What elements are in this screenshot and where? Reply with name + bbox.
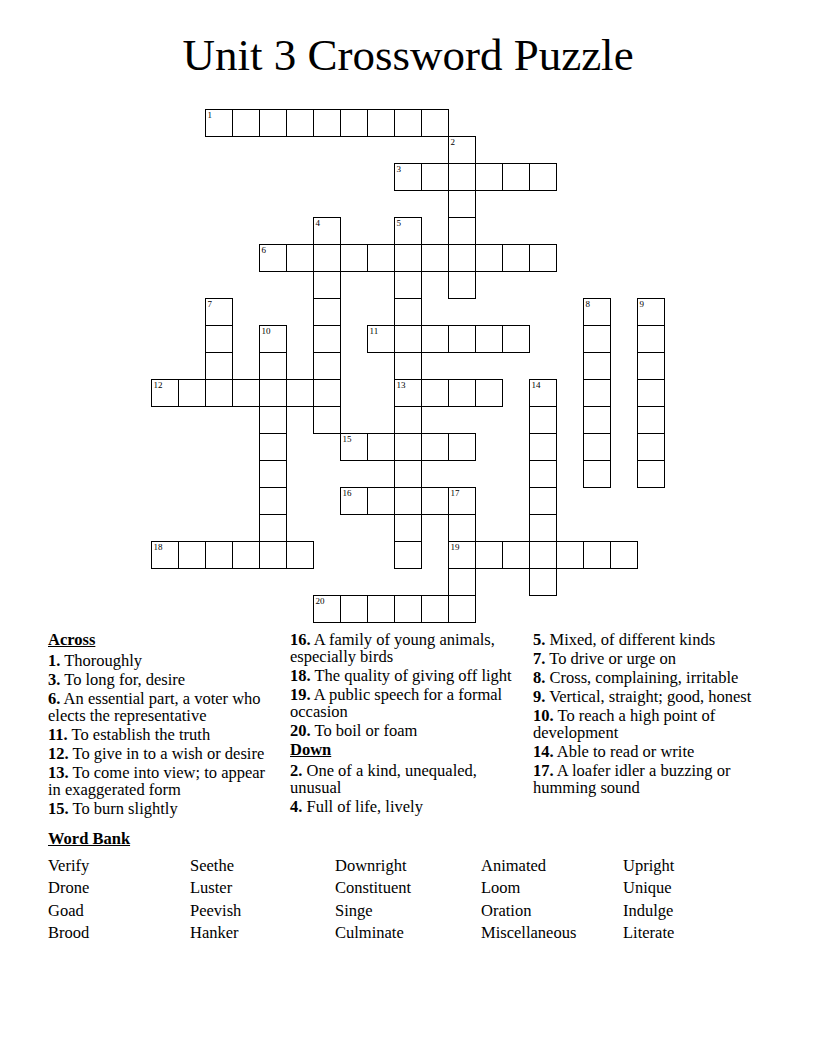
grid-cell [583, 379, 611, 407]
grid-cell [529, 541, 557, 569]
grid-cell [232, 109, 260, 137]
word-bank-item: Drone [48, 877, 190, 899]
grid-cell: 16 [340, 487, 368, 515]
word-bank-item: Constituent [335, 877, 481, 899]
grid-cell [583, 352, 611, 380]
grid-cell [529, 163, 557, 191]
grid-cell [448, 163, 476, 191]
grid-cell: 9 [637, 298, 665, 326]
clue-number: 5. [533, 630, 545, 649]
grid-cell [205, 325, 233, 353]
word-bank-item: Culminate [335, 922, 481, 944]
clue-number: 18 [154, 543, 163, 552]
grid-cell [421, 379, 449, 407]
word-bank-item: Verify [48, 855, 190, 877]
grid-cell [637, 325, 665, 353]
grid-cell: 18 [151, 541, 179, 569]
grid-cell [448, 595, 476, 623]
clue-number: 11 [370, 327, 379, 336]
grid-cell [421, 109, 449, 137]
grid-cell [313, 379, 341, 407]
grid-cell [448, 271, 476, 299]
grid-cell [421, 244, 449, 272]
grid-cell: 6 [259, 244, 287, 272]
clue: 7. To drive or urge on [533, 650, 762, 667]
across-clue-list: 1. Thoroughly3. To long for, desire6. An… [48, 652, 281, 817]
clue: 2. One of a kind, unequaled, unusual [290, 762, 518, 796]
clue-number: 3 [397, 165, 402, 174]
clue: 3. To long for, desire [48, 671, 281, 688]
grid-cell: 20 [313, 595, 341, 623]
clue: 20. To boil or foam [290, 722, 518, 739]
grid-cell [394, 271, 422, 299]
word-bank-item: Miscellaneous [481, 922, 623, 944]
grid-cell [340, 244, 368, 272]
clue: 9. Vertical, straight; good, honest [533, 688, 762, 705]
grid-cell [529, 487, 557, 515]
clue-number: 4. [290, 797, 302, 816]
clue-number: 3. [48, 670, 60, 689]
grid-cell [367, 433, 395, 461]
grid-cell [394, 541, 422, 569]
grid-cell [583, 433, 611, 461]
clue-number: 4 [316, 219, 321, 228]
clue-number: 14. [533, 742, 554, 761]
across-heading: Across [48, 631, 281, 648]
clue-number: 13. [48, 763, 69, 782]
grid-cell [313, 352, 341, 380]
grid-cell [178, 379, 206, 407]
word-bank-item: Goad [48, 900, 190, 922]
grid-cell [502, 163, 530, 191]
word-bank-item: Oration [481, 900, 623, 922]
grid-cell [502, 325, 530, 353]
grid-cell [394, 595, 422, 623]
grid-cell [367, 487, 395, 515]
grid-cell [313, 109, 341, 137]
clue-number: 11. [48, 725, 68, 744]
clue-number: 1. [48, 651, 60, 670]
grid-cell [313, 406, 341, 434]
grid-cell [394, 298, 422, 326]
clue: 6. An essential part, a voter who elects… [48, 690, 281, 724]
across-clue-list-continued: 16. A family of young animals, especiall… [290, 631, 518, 739]
grid-cell [583, 460, 611, 488]
grid-cell [583, 406, 611, 434]
clue-number: 7 [208, 300, 213, 309]
clue-number: 10. [533, 706, 554, 725]
grid-cell [394, 244, 422, 272]
page-title: Unit 3 Crossword Puzzle [0, 28, 816, 82]
clue-number: 5 [397, 219, 402, 228]
grid-cell [286, 109, 314, 137]
grid-cell [367, 109, 395, 137]
grid-cell: 15 [340, 433, 368, 461]
grid-cell [448, 325, 476, 353]
grid-cell [529, 406, 557, 434]
grid-cell [475, 541, 503, 569]
crossword-grid: 1234567891011121314151617181920 [151, 109, 665, 623]
grid-cell [421, 487, 449, 515]
grid-cell [340, 109, 368, 137]
grid-cell [529, 568, 557, 596]
clue: 11. To establish the truth [48, 726, 281, 743]
clue-number: 16 [343, 489, 352, 498]
clues-column-1: Across 1. Thoroughly3. To long for, desi… [48, 631, 281, 819]
grid-cell [475, 325, 503, 353]
grid-cell [448, 217, 476, 245]
clue-number: 14 [532, 381, 541, 390]
down-clue-list-continued: 5. Mixed, of different kinds7. To drive … [533, 631, 762, 796]
clue-number: 2. [290, 761, 302, 780]
word-bank-list: VerifySeetheDownrightAnimatedUprightDron… [48, 855, 816, 945]
clue-number: 1 [208, 111, 213, 120]
clue-number: 6. [48, 689, 60, 708]
grid-cell [205, 541, 233, 569]
clue-number: 16. [290, 630, 311, 649]
clue-number: 10 [262, 327, 271, 336]
clue-number: 20 [316, 597, 325, 606]
word-bank-item: Luster [190, 877, 335, 899]
grid-cell: 2 [448, 136, 476, 164]
grid-cell [637, 352, 665, 380]
grid-cell [205, 352, 233, 380]
grid-cell [367, 244, 395, 272]
word-bank-item: Unique [623, 877, 816, 899]
grid-cell [259, 109, 287, 137]
grid-cell: 11 [367, 325, 395, 353]
grid-cell [583, 325, 611, 353]
grid-cell [421, 595, 449, 623]
grid-cell [583, 541, 611, 569]
clue: 12. To give in to a wish or desire [48, 745, 281, 762]
grid-cell [529, 433, 557, 461]
grid-cell: 19 [448, 541, 476, 569]
grid-cell [502, 541, 530, 569]
grid-cell [259, 406, 287, 434]
clue: 17. A loafer idler a buzzing or humming … [533, 762, 762, 796]
word-bank-item: Hanker [190, 922, 335, 944]
word-bank: Word Bank VerifySeetheDownrightAnimatedU… [48, 829, 816, 945]
clue: 18. The quality of giving off light [290, 667, 518, 684]
grid-cell: 12 [151, 379, 179, 407]
grid-cell [259, 352, 287, 380]
grid-cell [637, 460, 665, 488]
grid-cell [313, 325, 341, 353]
clue-number: 19. [290, 685, 311, 704]
clue: 5. Mixed, of different kinds [533, 631, 762, 648]
grid-cell: 5 [394, 217, 422, 245]
grid-cell: 14 [529, 379, 557, 407]
grid-cell [529, 244, 557, 272]
grid-cell: 13 [394, 379, 422, 407]
clue-number: 9. [533, 687, 545, 706]
word-bank-item: Downright [335, 855, 481, 877]
grid-cell [448, 190, 476, 218]
clue-number: 7. [533, 649, 545, 668]
down-clue-list: 2. One of a kind, unequaled, unusual4. F… [290, 762, 518, 815]
grid-cell [313, 244, 341, 272]
grid-cell [448, 244, 476, 272]
grid-cell [421, 325, 449, 353]
grid-cell [448, 568, 476, 596]
clue-number: 15 [343, 435, 352, 444]
grid-cell [259, 487, 287, 515]
grid-cell [259, 460, 287, 488]
clues-column-2: 16. A family of young animals, especiall… [290, 631, 518, 819]
clue-number: 13 [397, 381, 406, 390]
grid-cell [286, 541, 314, 569]
clue-number: 9 [640, 300, 645, 309]
grid-cell [556, 541, 584, 569]
grid-cell [475, 379, 503, 407]
clues-section: Across 1. Thoroughly3. To long for, desi… [48, 631, 816, 819]
clue-number: 8 [586, 300, 591, 309]
clue-number: 12 [154, 381, 163, 390]
grid-cell [178, 541, 206, 569]
clue-number: 18. [290, 666, 311, 685]
clue: 15. To burn slightly [48, 800, 281, 817]
word-bank-item: Loom [481, 877, 623, 899]
clue: 14. Able to read or write [533, 743, 762, 760]
clue-number: 2 [451, 138, 456, 147]
clues-column-3: 5. Mixed, of different kinds7. To drive … [533, 631, 762, 819]
clue-number: 20. [290, 721, 311, 740]
clue: 16. A family of young animals, especiall… [290, 631, 518, 665]
clue-number: 19 [451, 543, 460, 552]
grid-cell [232, 379, 260, 407]
grid-cell [259, 541, 287, 569]
clue: 4. Full of life, lively [290, 798, 518, 815]
grid-cell [259, 433, 287, 461]
word-bank-item: Peevish [190, 900, 335, 922]
grid-cell [394, 460, 422, 488]
grid-cell: 17 [448, 487, 476, 515]
grid-cell [421, 433, 449, 461]
grid-cell [286, 379, 314, 407]
grid-cell [448, 433, 476, 461]
grid-cell [448, 514, 476, 542]
grid-cell: 4 [313, 217, 341, 245]
word-bank-item: Animated [481, 855, 623, 877]
grid-cell: 8 [583, 298, 611, 326]
clue: 19. A public speech for a formal occasio… [290, 686, 518, 720]
clue: 13. To come into view; to appear in exag… [48, 764, 281, 798]
word-bank-item: Indulge [623, 900, 816, 922]
grid-cell [259, 514, 287, 542]
grid-cell [286, 244, 314, 272]
word-bank-item: Literate [623, 922, 816, 944]
grid-cell: 1 [205, 109, 233, 137]
word-bank-item: Singe [335, 900, 481, 922]
word-bank-heading: Word Bank [48, 829, 816, 849]
grid-cell [313, 271, 341, 299]
clue-number: 17. [533, 761, 554, 780]
grid-cell [394, 406, 422, 434]
grid-cell [259, 379, 287, 407]
grid-cell [394, 487, 422, 515]
grid-cell [394, 433, 422, 461]
grid-cell: 3 [394, 163, 422, 191]
grid-cell [475, 244, 503, 272]
grid-cell [394, 514, 422, 542]
clue: 8. Cross, complaining, irritable [533, 669, 762, 686]
grid-cell [205, 379, 233, 407]
grid-cell [232, 541, 260, 569]
clue-number: 6 [262, 246, 267, 255]
clue-number: 17 [451, 489, 460, 498]
grid-cell: 10 [259, 325, 287, 353]
clue-number: 12. [48, 744, 69, 763]
word-bank-item: Seethe [190, 855, 335, 877]
grid-cell: 7 [205, 298, 233, 326]
grid-cell [448, 379, 476, 407]
grid-cell [475, 163, 503, 191]
grid-cell [529, 460, 557, 488]
word-bank-item: Upright [623, 855, 816, 877]
grid-cell [529, 514, 557, 542]
clue: 10. To reach a high point of development [533, 707, 762, 741]
clue-number: 15. [48, 799, 69, 818]
grid-cell [340, 595, 368, 623]
grid-cell [502, 244, 530, 272]
grid-cell [313, 298, 341, 326]
grid-cell [394, 325, 422, 353]
clue: 1. Thoroughly [48, 652, 281, 669]
clue-number: 8. [533, 668, 545, 687]
grid-cell [637, 379, 665, 407]
down-heading: Down [290, 741, 518, 758]
grid-cell [610, 541, 638, 569]
grid-cell [394, 109, 422, 137]
word-bank-item: Brood [48, 922, 190, 944]
grid-cell [367, 595, 395, 623]
grid-cell [637, 406, 665, 434]
grid-cell [637, 433, 665, 461]
grid-cell [421, 163, 449, 191]
grid-cell [394, 352, 422, 380]
